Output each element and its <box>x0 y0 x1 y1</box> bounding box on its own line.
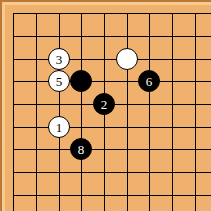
grid-line-vertical <box>59 13 60 211</box>
black-stone-move-2: 2 <box>93 93 115 115</box>
grid-line-vertical <box>195 13 196 211</box>
grid-line-horizontal <box>13 81 211 82</box>
go-board-diagram: 356218 <box>0 0 211 211</box>
grid-line-horizontal <box>13 127 211 128</box>
grid-line-vertical <box>36 13 37 211</box>
grid-line-vertical <box>127 13 128 211</box>
black-stone-move-8: 8 <box>70 138 92 160</box>
white-stone-move-5: 5 <box>48 70 70 92</box>
grid-line-horizontal <box>13 36 211 37</box>
black-stone <box>70 70 92 92</box>
black-stone-move-6: 6 <box>138 70 160 92</box>
grid-line-vertical <box>149 13 150 211</box>
grid-line-horizontal <box>13 13 211 14</box>
grid-line-vertical <box>81 13 82 211</box>
go-board: 356218 <box>0 0 211 211</box>
grid-line-vertical <box>172 13 173 211</box>
white-stone <box>116 48 138 70</box>
grid-line-horizontal <box>13 195 211 196</box>
grid-line-horizontal <box>13 59 211 60</box>
white-stone-move-3: 3 <box>48 48 70 70</box>
white-stone-move-1: 1 <box>48 116 70 138</box>
grid-line-vertical <box>13 13 14 211</box>
grid-line-horizontal <box>13 172 211 173</box>
grid-line-horizontal <box>13 149 211 150</box>
